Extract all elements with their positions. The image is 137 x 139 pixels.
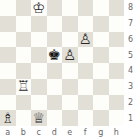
square-a4[interactable] [0,63,16,79]
file-label-h: h [109,126,125,139]
white-pawn: ♙ [63,47,76,62]
square-b6[interactable] [16,32,32,48]
square-h5[interactable] [109,47,125,63]
square-d8[interactable] [47,0,63,16]
square-e1[interactable] [62,110,78,126]
square-f5[interactable] [78,47,94,63]
square-a6[interactable] [0,32,16,48]
square-b5[interactable] [16,47,32,63]
white-queen: ♕ [32,110,45,125]
rank-labels: 87654321 [124,0,137,126]
square-b8[interactable] [16,0,32,16]
square-f4[interactable] [78,63,94,79]
square-h1[interactable] [109,110,125,126]
square-d1[interactable] [47,110,63,126]
square-c6[interactable] [31,32,47,48]
square-g2[interactable] [93,95,109,111]
square-d6[interactable] [47,32,63,48]
square-g7[interactable] [93,16,109,32]
white-pawn: ♙ [79,32,92,47]
rank-label-7: 7 [124,16,137,32]
rank-label-3: 3 [124,79,137,95]
square-g5[interactable] [93,47,109,63]
square-c3[interactable] [31,79,47,95]
square-d2[interactable] [47,95,63,111]
square-e7[interactable] [62,16,78,32]
rank-label-5: 5 [124,47,137,63]
square-b3[interactable]: ♖ [16,79,32,95]
square-g4[interactable] [93,63,109,79]
square-h6[interactable] [109,32,125,48]
file-label-e: e [62,126,78,139]
rank-label-8: 8 [124,0,137,16]
square-d7[interactable] [47,16,63,32]
square-e4[interactable] [62,63,78,79]
file-labels: abcdefgh [0,126,124,139]
square-c2[interactable] [31,95,47,111]
square-f6[interactable]: ♙ [78,32,94,48]
square-g3[interactable] [93,79,109,95]
square-g8[interactable] [93,0,109,16]
square-a3[interactable] [0,79,16,95]
file-label-a: a [0,126,16,139]
square-e3[interactable] [62,79,78,95]
square-b1[interactable] [16,110,32,126]
square-a5[interactable] [0,47,16,63]
square-b7[interactable] [16,16,32,32]
white-king: ♔ [32,0,45,15]
file-label-c: c [31,126,47,139]
square-c8[interactable]: ♔ [31,0,47,16]
chess-diagram: ♔♙♚♙♖♗♕ 87654321 abcdefgh [0,0,137,139]
square-g6[interactable] [93,32,109,48]
square-c1[interactable]: ♕ [31,110,47,126]
rank-label-1: 1 [124,110,137,126]
square-h2[interactable] [109,95,125,111]
square-a7[interactable] [0,16,16,32]
square-b4[interactable] [16,63,32,79]
square-h8[interactable] [109,0,125,16]
square-h4[interactable] [109,63,125,79]
file-label-b: b [16,126,32,139]
file-label-f: f [78,126,94,139]
square-a2[interactable] [0,95,16,111]
square-d3[interactable] [47,79,63,95]
square-e2[interactable] [62,95,78,111]
square-d4[interactable] [47,63,63,79]
square-h3[interactable] [109,79,125,95]
square-e5[interactable]: ♙ [62,47,78,63]
chess-board: ♔♙♚♙♖♗♕ [0,0,124,126]
file-label-d: d [47,126,63,139]
square-d5[interactable]: ♚ [47,47,63,63]
square-e8[interactable] [62,0,78,16]
square-f7[interactable] [78,16,94,32]
square-f2[interactable] [78,95,94,111]
rank-label-6: 6 [124,32,137,48]
rank-label-2: 2 [124,95,137,111]
rank-label-4: 4 [124,63,137,79]
square-f8[interactable] [78,0,94,16]
white-rook: ♖ [17,79,30,94]
square-h7[interactable] [109,16,125,32]
square-f3[interactable] [78,79,94,95]
square-c7[interactable] [31,16,47,32]
square-b2[interactable] [16,95,32,111]
square-c4[interactable] [31,63,47,79]
square-g1[interactable] [93,110,109,126]
file-label-g: g [93,126,109,139]
white-bishop: ♗ [1,110,14,125]
square-c5[interactable] [31,47,47,63]
square-f1[interactable] [78,110,94,126]
square-a8[interactable] [0,0,16,16]
square-a1[interactable]: ♗ [0,110,16,126]
black-king: ♚ [48,47,61,62]
square-e6[interactable] [62,32,78,48]
